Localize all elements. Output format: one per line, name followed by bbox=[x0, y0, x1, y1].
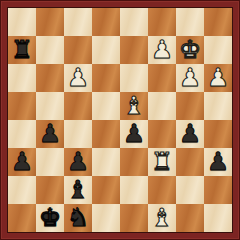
white-rook[interactable]: ♜ bbox=[148, 148, 176, 176]
square-g5[interactable] bbox=[176, 92, 204, 120]
square-h2[interactable] bbox=[204, 176, 232, 204]
square-d6[interactable] bbox=[92, 64, 120, 92]
square-b5[interactable] bbox=[36, 92, 64, 120]
square-c2[interactable]: ♝ bbox=[64, 176, 92, 204]
square-b4[interactable]: ♟ bbox=[36, 120, 64, 148]
black-pawn[interactable]: ♟ bbox=[204, 148, 232, 176]
white-pawn[interactable]: ♟ bbox=[204, 64, 232, 92]
square-f1[interactable]: ♝ bbox=[148, 204, 176, 232]
square-g3[interactable] bbox=[176, 148, 204, 176]
black-pawn[interactable]: ♟ bbox=[176, 120, 204, 148]
square-g1[interactable] bbox=[176, 204, 204, 232]
black-pawn[interactable]: ♟ bbox=[8, 148, 36, 176]
square-d1[interactable] bbox=[92, 204, 120, 232]
square-e4[interactable]: ♟ bbox=[120, 120, 148, 148]
square-f6[interactable] bbox=[148, 64, 176, 92]
square-e7[interactable] bbox=[120, 36, 148, 64]
square-c7[interactable] bbox=[64, 36, 92, 64]
square-h5[interactable] bbox=[204, 92, 232, 120]
white-pawn[interactable]: ♟ bbox=[64, 64, 92, 92]
square-a6[interactable] bbox=[8, 64, 36, 92]
square-a7[interactable]: ♜ bbox=[8, 36, 36, 64]
square-a2[interactable] bbox=[8, 176, 36, 204]
square-b6[interactable] bbox=[36, 64, 64, 92]
square-e3[interactable] bbox=[120, 148, 148, 176]
square-c8[interactable] bbox=[64, 8, 92, 36]
square-a1[interactable] bbox=[8, 204, 36, 232]
white-pawn[interactable]: ♟ bbox=[148, 36, 176, 64]
square-b2[interactable] bbox=[36, 176, 64, 204]
square-b1[interactable]: ♚ bbox=[36, 204, 64, 232]
black-bishop[interactable]: ♝ bbox=[64, 176, 92, 204]
black-pawn[interactable]: ♟ bbox=[64, 148, 92, 176]
square-g4[interactable]: ♟ bbox=[176, 120, 204, 148]
square-d8[interactable] bbox=[92, 8, 120, 36]
square-f7[interactable]: ♟ bbox=[148, 36, 176, 64]
chess-board: ♜♟♚♟♟♟♝♟♟♟♟♟♜♟♝♚♞♝ bbox=[8, 8, 232, 232]
square-c3[interactable]: ♟ bbox=[64, 148, 92, 176]
black-king[interactable]: ♚ bbox=[36, 204, 64, 232]
square-e1[interactable] bbox=[120, 204, 148, 232]
square-d4[interactable] bbox=[92, 120, 120, 148]
square-d7[interactable] bbox=[92, 36, 120, 64]
black-pawn[interactable]: ♟ bbox=[36, 120, 64, 148]
square-h3[interactable]: ♟ bbox=[204, 148, 232, 176]
square-a3[interactable]: ♟ bbox=[8, 148, 36, 176]
square-b8[interactable] bbox=[36, 8, 64, 36]
square-c5[interactable] bbox=[64, 92, 92, 120]
white-bishop[interactable]: ♝ bbox=[120, 92, 148, 120]
square-d5[interactable] bbox=[92, 92, 120, 120]
square-b3[interactable] bbox=[36, 148, 64, 176]
square-a4[interactable] bbox=[8, 120, 36, 148]
black-pawn[interactable]: ♟ bbox=[120, 120, 148, 148]
square-g8[interactable] bbox=[176, 8, 204, 36]
square-f3[interactable]: ♜ bbox=[148, 148, 176, 176]
black-knight[interactable]: ♞ bbox=[64, 204, 92, 232]
square-h7[interactable] bbox=[204, 36, 232, 64]
square-e6[interactable] bbox=[120, 64, 148, 92]
chess-board-frame: ♜♟♚♟♟♟♝♟♟♟♟♟♜♟♝♚♞♝ bbox=[0, 0, 240, 240]
square-a5[interactable] bbox=[8, 92, 36, 120]
square-c4[interactable] bbox=[64, 120, 92, 148]
white-bishop[interactable]: ♝ bbox=[148, 204, 176, 232]
black-rook[interactable]: ♜ bbox=[8, 36, 36, 64]
square-d2[interactable] bbox=[92, 176, 120, 204]
square-f2[interactable] bbox=[148, 176, 176, 204]
square-f8[interactable] bbox=[148, 8, 176, 36]
square-e8[interactable] bbox=[120, 8, 148, 36]
square-g2[interactable] bbox=[176, 176, 204, 204]
square-e5[interactable]: ♝ bbox=[120, 92, 148, 120]
square-h6[interactable]: ♟ bbox=[204, 64, 232, 92]
white-king[interactable]: ♚ bbox=[176, 36, 204, 64]
square-c1[interactable]: ♞ bbox=[64, 204, 92, 232]
square-d3[interactable] bbox=[92, 148, 120, 176]
square-h4[interactable] bbox=[204, 120, 232, 148]
square-c6[interactable]: ♟ bbox=[64, 64, 92, 92]
square-h1[interactable] bbox=[204, 204, 232, 232]
square-h8[interactable] bbox=[204, 8, 232, 36]
square-f4[interactable] bbox=[148, 120, 176, 148]
square-e2[interactable] bbox=[120, 176, 148, 204]
white-pawn[interactable]: ♟ bbox=[176, 64, 204, 92]
square-a8[interactable] bbox=[8, 8, 36, 36]
square-b7[interactable] bbox=[36, 36, 64, 64]
square-g7[interactable]: ♚ bbox=[176, 36, 204, 64]
square-f5[interactable] bbox=[148, 92, 176, 120]
square-g6[interactable]: ♟ bbox=[176, 64, 204, 92]
